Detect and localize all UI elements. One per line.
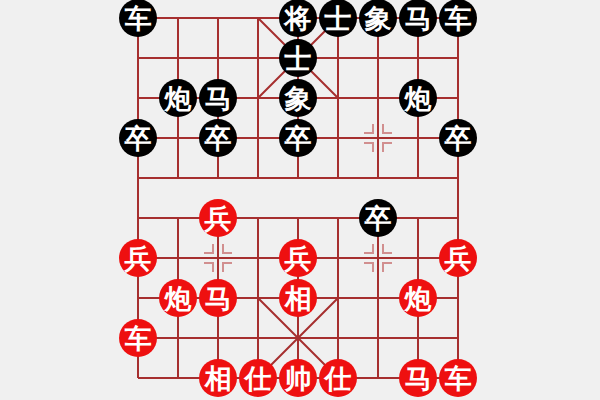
piece-black-soldier[interactable]: 卒 — [359, 199, 397, 237]
point-marker-tick — [364, 244, 374, 254]
piece-red-soldier[interactable]: 兵 — [119, 239, 157, 277]
piece-red-horse[interactable]: 马 — [199, 279, 237, 317]
piece-black-elephant[interactable]: 象 — [359, 0, 397, 37]
point-marker-tick — [382, 262, 392, 272]
point-marker-tick — [382, 244, 392, 254]
piece-red-elephant[interactable]: 相 — [199, 359, 237, 397]
piece-black-soldier[interactable]: 卒 — [119, 119, 157, 157]
piece-red-chariot[interactable]: 车 — [439, 359, 477, 397]
piece-black-elephant[interactable]: 象 — [279, 79, 317, 117]
piece-black-cannon[interactable]: 炮 — [159, 79, 197, 117]
point-marker-tick — [222, 244, 232, 254]
piece-red-cannon[interactable]: 炮 — [399, 279, 437, 317]
piece-red-general[interactable]: 帅 — [279, 359, 317, 397]
piece-black-advisor[interactable]: 士 — [319, 0, 357, 37]
point-marker-tick — [382, 142, 392, 152]
point-marker-tick — [364, 262, 374, 272]
piece-red-advisor[interactable]: 仕 — [239, 359, 277, 397]
piece-red-soldier[interactable]: 兵 — [439, 239, 477, 277]
piece-black-advisor[interactable]: 士 — [279, 39, 317, 77]
piece-red-chariot[interactable]: 车 — [119, 319, 157, 357]
piece-red-elephant[interactable]: 相 — [279, 279, 317, 317]
piece-red-cannon[interactable]: 炮 — [159, 279, 197, 317]
xiangqi-app: 车将士象马车士炮马象炮卒卒卒卒卒兵兵兵兵炮马相炮车相仕帅仕马车 — [0, 0, 600, 400]
point-marker-tick — [364, 142, 374, 152]
point-marker-tick — [364, 124, 374, 134]
piece-black-chariot[interactable]: 车 — [119, 0, 157, 37]
point-marker-tick — [204, 244, 214, 254]
point-marker — [358, 118, 398, 158]
piece-red-soldier[interactable]: 兵 — [199, 199, 237, 237]
piece-black-cannon[interactable]: 炮 — [399, 79, 437, 117]
piece-black-chariot[interactable]: 车 — [439, 0, 477, 37]
piece-black-horse[interactable]: 马 — [399, 0, 437, 37]
piece-black-soldier[interactable]: 卒 — [199, 119, 237, 157]
piece-red-horse[interactable]: 马 — [399, 359, 437, 397]
xiangqi-board[interactable]: 车将士象马车士炮马象炮卒卒卒卒卒兵兵兵兵炮马相炮车相仕帅仕马车 — [118, 0, 478, 398]
point-marker-tick — [204, 262, 214, 272]
piece-black-horse[interactable]: 马 — [199, 79, 237, 117]
piece-red-soldier[interactable]: 兵 — [279, 239, 317, 277]
point-marker — [358, 238, 398, 278]
point-marker — [198, 238, 238, 278]
piece-black-general[interactable]: 将 — [279, 0, 317, 37]
piece-black-soldier[interactable]: 卒 — [279, 119, 317, 157]
point-marker-tick — [222, 262, 232, 272]
piece-red-advisor[interactable]: 仕 — [319, 359, 357, 397]
point-marker-tick — [382, 124, 392, 134]
piece-black-soldier[interactable]: 卒 — [439, 119, 477, 157]
